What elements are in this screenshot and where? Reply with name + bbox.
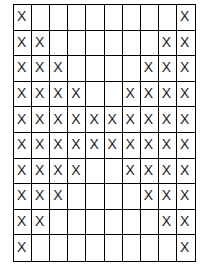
x-mark: X	[180, 214, 189, 228]
cell-r7c8: X	[141, 159, 159, 185]
x-mark: X	[35, 188, 44, 202]
x-mark: X	[17, 35, 26, 49]
page: XXXXXXXXXXXXXXXXXXXXXXXXXXXXXXXXXXXXXXXX…	[0, 0, 223, 266]
x-mark: X	[35, 163, 44, 177]
x-mark: X	[144, 112, 153, 126]
cell-r5c2: X	[32, 107, 50, 133]
cell-r6c5: X	[86, 133, 104, 159]
x-mark: X	[180, 163, 189, 177]
x-mark: X	[35, 60, 44, 74]
x-mark: X	[53, 112, 62, 126]
cell-r10c6	[105, 235, 123, 261]
cell-r3c1: X	[14, 56, 32, 82]
cell-r3c5	[86, 56, 104, 82]
x-mark: X	[71, 163, 80, 177]
cell-r9c10: X	[177, 210, 195, 236]
cell-r10c1: X	[14, 235, 32, 261]
cell-r3c4	[68, 56, 86, 82]
x-mark: X	[108, 137, 117, 151]
cell-r8c8: X	[141, 184, 159, 210]
cell-r4c5	[86, 82, 104, 108]
cell-r8c10: X	[177, 184, 195, 210]
cell-r5c10: X	[177, 107, 195, 133]
x-mark: X	[180, 188, 189, 202]
x-mark: X	[17, 112, 26, 126]
cell-r6c7: X	[123, 133, 141, 159]
cell-r7c7: X	[123, 159, 141, 185]
cell-r10c2	[32, 235, 50, 261]
x-mark: X	[126, 137, 135, 151]
cell-r7c9: X	[159, 159, 177, 185]
cell-r2c10: X	[177, 31, 195, 57]
x-mark: X	[35, 214, 44, 228]
cell-r9c9: X	[159, 210, 177, 236]
x-mark: X	[162, 60, 171, 74]
x-mark: X	[89, 112, 98, 126]
cell-r9c4	[68, 210, 86, 236]
cell-r1c7	[123, 5, 141, 31]
x-mark: X	[162, 163, 171, 177]
cell-r10c9	[159, 235, 177, 261]
x-mark: X	[180, 35, 189, 49]
cell-r7c2: X	[32, 159, 50, 185]
cell-r2c7	[123, 31, 141, 57]
cell-r1c10: X	[177, 5, 195, 31]
x-mark: X	[108, 112, 117, 126]
cell-r9c3	[50, 210, 68, 236]
x-mark: X	[180, 86, 189, 100]
cell-r9c7	[123, 210, 141, 236]
cell-r2c9: X	[159, 31, 177, 57]
x-mark: X	[53, 60, 62, 74]
x-mark: X	[180, 137, 189, 151]
x-mark: X	[162, 35, 171, 49]
cell-r5c9: X	[159, 107, 177, 133]
cell-r8c4	[68, 184, 86, 210]
cell-r6c6: X	[105, 133, 123, 159]
cell-r2c3	[50, 31, 68, 57]
cell-r3c2: X	[32, 56, 50, 82]
x-mark: X	[17, 137, 26, 151]
cell-r3c9: X	[159, 56, 177, 82]
cell-r2c2: X	[32, 31, 50, 57]
x-mark: X	[17, 60, 26, 74]
cell-r8c3: X	[50, 184, 68, 210]
cell-r9c2: X	[32, 210, 50, 236]
cell-r5c7: X	[123, 107, 141, 133]
x-mark: X	[71, 86, 80, 100]
x-mark: X	[162, 188, 171, 202]
cell-r3c7	[123, 56, 141, 82]
cell-r5c5: X	[86, 107, 104, 133]
x-mark: X	[180, 240, 189, 254]
cell-r3c3: X	[50, 56, 68, 82]
x-mark: X	[162, 112, 171, 126]
cell-r7c10: X	[177, 159, 195, 185]
cell-r6c4: X	[68, 133, 86, 159]
x-mark: X	[180, 60, 189, 74]
cell-r4c8: X	[141, 82, 159, 108]
cell-r4c7: X	[123, 82, 141, 108]
cell-r7c4: X	[68, 159, 86, 185]
cell-r8c6	[105, 184, 123, 210]
x-mark: X	[71, 112, 80, 126]
cell-r7c3: X	[50, 159, 68, 185]
x-mark: X	[17, 163, 26, 177]
x-mark: X	[126, 86, 135, 100]
cell-r10c8	[141, 235, 159, 261]
x-mark: X	[17, 240, 26, 254]
cell-r8c5	[86, 184, 104, 210]
cell-r6c10: X	[177, 133, 195, 159]
x-mark: X	[53, 163, 62, 177]
cell-r4c4: X	[68, 82, 86, 108]
cell-r10c5	[86, 235, 104, 261]
cell-r1c8	[141, 5, 159, 31]
x-mark: X	[126, 112, 135, 126]
cell-r10c7	[123, 235, 141, 261]
cell-r9c8	[141, 210, 159, 236]
cell-r10c10: X	[177, 235, 195, 261]
cell-r4c2: X	[32, 82, 50, 108]
cell-r1c3	[50, 5, 68, 31]
cell-r2c6	[105, 31, 123, 57]
cell-r8c7	[123, 184, 141, 210]
cell-r7c1: X	[14, 159, 32, 185]
x-mark: X	[162, 214, 171, 228]
x-mark: X	[17, 214, 26, 228]
x-mark: X	[17, 86, 26, 100]
cell-r1c2	[32, 5, 50, 31]
cell-r8c1: X	[14, 184, 32, 210]
cell-r1c6	[105, 5, 123, 31]
cell-r6c9: X	[159, 133, 177, 159]
cell-r9c6	[105, 210, 123, 236]
cell-r2c5	[86, 31, 104, 57]
cell-r4c9: X	[159, 82, 177, 108]
cell-r9c1: X	[14, 210, 32, 236]
x-mark: X	[144, 60, 153, 74]
cell-r3c8: X	[141, 56, 159, 82]
x-mark: X	[180, 112, 189, 126]
cell-r6c1: X	[14, 133, 32, 159]
cell-r4c1: X	[14, 82, 32, 108]
x-mark: X	[180, 9, 189, 23]
cell-r8c9: X	[159, 184, 177, 210]
x-mark: X	[53, 188, 62, 202]
x-mark: X	[89, 137, 98, 151]
cell-r5c6: X	[105, 107, 123, 133]
cell-r7c5	[86, 159, 104, 185]
cell-r6c2: X	[32, 133, 50, 159]
cell-r2c8	[141, 31, 159, 57]
cell-r7c6	[105, 159, 123, 185]
x-mark: X	[53, 137, 62, 151]
cell-r9c5	[86, 210, 104, 236]
x-mark: X	[53, 86, 62, 100]
x-mark: X	[144, 137, 153, 151]
x-mark: X	[144, 188, 153, 202]
x-mark: X	[162, 86, 171, 100]
x-mark: X	[162, 137, 171, 151]
cell-r4c3: X	[50, 82, 68, 108]
x-mark: X	[17, 9, 26, 23]
x-mark: X	[144, 86, 153, 100]
x-mark: X	[144, 163, 153, 177]
x-mark: X	[35, 112, 44, 126]
cell-r2c1: X	[14, 31, 32, 57]
cell-r1c1: X	[14, 5, 32, 31]
cell-r3c6	[105, 56, 123, 82]
cell-r2c4	[68, 31, 86, 57]
cell-r10c4	[68, 235, 86, 261]
cell-r8c2: X	[32, 184, 50, 210]
cell-r1c9	[159, 5, 177, 31]
x-mark: X	[126, 163, 135, 177]
x-mark: X	[71, 137, 80, 151]
cell-r5c3: X	[50, 107, 68, 133]
cell-r4c6	[105, 82, 123, 108]
cell-r5c4: X	[68, 107, 86, 133]
cell-r1c4	[68, 5, 86, 31]
cell-r6c3: X	[50, 133, 68, 159]
cell-r10c3	[50, 235, 68, 261]
x-mark: X	[35, 137, 44, 151]
cell-r1c5	[86, 5, 104, 31]
pattern-board: XXXXXXXXXXXXXXXXXXXXXXXXXXXXXXXXXXXXXXXX…	[13, 4, 196, 262]
x-mark: X	[17, 188, 26, 202]
x-mark: X	[35, 35, 44, 49]
cell-r4c10: X	[177, 82, 195, 108]
cell-r5c8: X	[141, 107, 159, 133]
cell-r6c8: X	[141, 133, 159, 159]
cell-r5c1: X	[14, 107, 32, 133]
x-mark: X	[35, 86, 44, 100]
cell-r3c10: X	[177, 56, 195, 82]
